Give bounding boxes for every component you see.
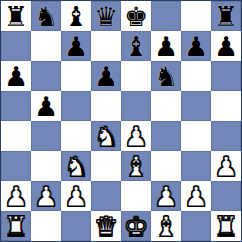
piece-black-queen[interactable]: ♛ [94, 3, 118, 30]
square-c3[interactable]: ♞ [61, 151, 91, 181]
square-h5[interactable] [211, 91, 241, 121]
square-a5[interactable] [1, 91, 31, 121]
square-d4[interactable]: ♞ [91, 121, 121, 151]
piece-white-pawn[interactable]: ♟ [154, 183, 178, 210]
square-h2[interactable] [211, 181, 241, 211]
piece-white-knight[interactable]: ♞ [64, 153, 88, 180]
square-h6[interactable] [211, 61, 241, 91]
square-f6[interactable]: ♞ [151, 61, 181, 91]
square-f1[interactable]: ♝ [151, 211, 181, 241]
square-f3[interactable] [151, 151, 181, 181]
square-a3[interactable] [1, 151, 31, 181]
piece-black-pawn[interactable]: ♟ [214, 33, 238, 60]
square-c7[interactable]: ♟ [61, 31, 91, 61]
square-e7[interactable]: ♝ [121, 31, 151, 61]
piece-white-knight[interactable]: ♞ [94, 123, 118, 150]
square-h7[interactable]: ♟ [211, 31, 241, 61]
square-a1[interactable]: ♜ [1, 211, 31, 241]
piece-black-pawn[interactable]: ♟ [64, 33, 88, 60]
piece-white-pawn[interactable]: ♟ [124, 123, 148, 150]
square-g8[interactable] [181, 1, 211, 31]
piece-white-rook[interactable]: ♜ [4, 213, 28, 240]
square-g4[interactable] [181, 121, 211, 151]
square-b5[interactable]: ♟ [31, 91, 61, 121]
square-a7[interactable] [1, 31, 31, 61]
square-c4[interactable] [61, 121, 91, 151]
piece-black-rook[interactable]: ♜ [4, 3, 28, 30]
piece-white-pawn[interactable]: ♟ [184, 183, 208, 210]
square-e1[interactable]: ♚ [121, 211, 151, 241]
piece-white-pawn[interactable]: ♟ [4, 183, 28, 210]
piece-black-knight[interactable]: ♞ [154, 63, 178, 90]
square-b4[interactable] [31, 121, 61, 151]
square-f7[interactable]: ♟ [151, 31, 181, 61]
square-h4[interactable] [211, 121, 241, 151]
piece-black-king[interactable]: ♚ [124, 3, 148, 30]
square-c1[interactable] [61, 211, 91, 241]
piece-white-bishop[interactable]: ♝ [154, 213, 178, 240]
square-f2[interactable]: ♟ [151, 181, 181, 211]
square-g6[interactable] [181, 61, 211, 91]
chess-board: ♜♞♝♛♚♜♟♝♟♟♟♟♟♞♟♞♟♞♝♟♟♟♟♟♟♜♛♚♝♜ [0, 0, 242, 242]
piece-black-rook[interactable]: ♜ [214, 3, 238, 30]
square-d5[interactable] [91, 91, 121, 121]
square-f4[interactable] [151, 121, 181, 151]
square-b7[interactable] [31, 31, 61, 61]
piece-white-rook[interactable]: ♜ [214, 213, 238, 240]
piece-black-knight[interactable]: ♞ [34, 3, 58, 30]
square-b8[interactable]: ♞ [31, 1, 61, 31]
piece-white-king[interactable]: ♚ [124, 213, 148, 240]
square-d6[interactable]: ♟ [91, 61, 121, 91]
square-a4[interactable] [1, 121, 31, 151]
piece-black-bishop[interactable]: ♝ [64, 3, 88, 30]
square-d8[interactable]: ♛ [91, 1, 121, 31]
piece-white-pawn[interactable]: ♟ [214, 153, 238, 180]
piece-black-pawn[interactable]: ♟ [154, 33, 178, 60]
square-b6[interactable] [31, 61, 61, 91]
square-e6[interactable] [121, 61, 151, 91]
square-d2[interactable] [91, 181, 121, 211]
piece-black-pawn[interactable]: ♟ [94, 63, 118, 90]
square-b3[interactable] [31, 151, 61, 181]
square-c6[interactable] [61, 61, 91, 91]
square-e4[interactable]: ♟ [121, 121, 151, 151]
piece-white-pawn[interactable]: ♟ [64, 183, 88, 210]
square-c8[interactable]: ♝ [61, 1, 91, 31]
square-a2[interactable]: ♟ [1, 181, 31, 211]
square-d1[interactable]: ♛ [91, 211, 121, 241]
square-b1[interactable] [31, 211, 61, 241]
piece-black-pawn[interactable]: ♟ [34, 93, 58, 120]
piece-black-bishop[interactable]: ♝ [124, 33, 148, 60]
square-g1[interactable] [181, 211, 211, 241]
square-g2[interactable]: ♟ [181, 181, 211, 211]
piece-black-pawn[interactable]: ♟ [184, 33, 208, 60]
piece-black-pawn[interactable]: ♟ [4, 63, 28, 90]
square-f8[interactable] [151, 1, 181, 31]
piece-white-pawn[interactable]: ♟ [34, 183, 58, 210]
piece-white-bishop[interactable]: ♝ [124, 153, 148, 180]
square-d3[interactable] [91, 151, 121, 181]
square-a6[interactable]: ♟ [1, 61, 31, 91]
square-g7[interactable]: ♟ [181, 31, 211, 61]
square-f5[interactable] [151, 91, 181, 121]
square-d7[interactable] [91, 31, 121, 61]
square-e8[interactable]: ♚ [121, 1, 151, 31]
square-c5[interactable] [61, 91, 91, 121]
square-c2[interactable]: ♟ [61, 181, 91, 211]
square-g3[interactable] [181, 151, 211, 181]
square-e2[interactable] [121, 181, 151, 211]
square-h1[interactable]: ♜ [211, 211, 241, 241]
square-b2[interactable]: ♟ [31, 181, 61, 211]
piece-white-queen[interactable]: ♛ [94, 213, 118, 240]
square-h3[interactable]: ♟ [211, 151, 241, 181]
square-g5[interactable] [181, 91, 211, 121]
square-h8[interactable]: ♜ [211, 1, 241, 31]
square-e5[interactable] [121, 91, 151, 121]
square-a8[interactable]: ♜ [1, 1, 31, 31]
square-e3[interactable]: ♝ [121, 151, 151, 181]
